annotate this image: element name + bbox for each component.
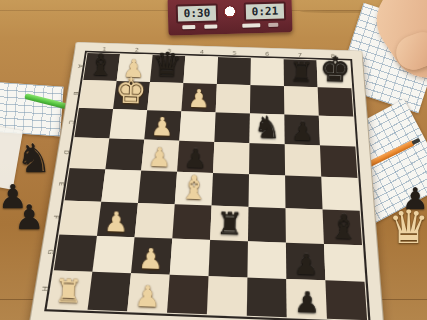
square-c8[interactable]	[319, 116, 356, 147]
square-g1[interactable]	[54, 235, 97, 272]
square-b5[interactable]	[216, 84, 251, 113]
white-pawn-d3[interactable]: ♟	[141, 144, 178, 171]
rank-label-4: 4	[185, 47, 218, 57]
square-g4[interactable]	[170, 239, 210, 276]
white-pawn-f2[interactable]: ♟	[97, 208, 135, 237]
square-c4[interactable]	[179, 111, 215, 142]
square-b4[interactable]: ♟	[181, 83, 216, 112]
square-f8[interactable]: ♝	[323, 209, 362, 245]
square-a6[interactable]	[250, 58, 284, 86]
square-h2[interactable]	[88, 272, 131, 311]
file-label-C: C	[53, 117, 89, 128]
square-e7[interactable]	[285, 175, 322, 209]
square-a5[interactable]	[217, 57, 251, 85]
square-f2[interactable]: ♟	[97, 202, 138, 237]
rank-label-8: 8	[316, 51, 349, 61]
square-e2[interactable]	[101, 169, 141, 203]
captured-black-knight[interactable]: ♞	[16, 138, 52, 178]
square-b7[interactable]	[284, 86, 319, 115]
square-e5[interactable]	[212, 173, 249, 207]
captured-black-pawn[interactable]: ♟	[14, 200, 44, 234]
white-pawn-g3[interactable]: ♟	[131, 244, 171, 273]
square-g5[interactable]	[209, 240, 248, 278]
rank-label-7: 7	[284, 50, 317, 60]
square-e1[interactable]	[65, 168, 106, 202]
white-pawn-b4[interactable]: ♟	[181, 86, 216, 112]
black-pawn-h7[interactable]: ♟	[287, 287, 328, 317]
square-f6[interactable]	[248, 207, 286, 243]
white-pawn-h3[interactable]: ♟	[127, 281, 168, 311]
square-a3[interactable]: ♛	[150, 55, 185, 83]
board-scene: ♝♟♛♜♚♚♟♟♞♟♟♟♝♟♜♝♟♟♜♟♟ ABCDEFGH 12345678	[0, 14, 427, 314]
square-h4[interactable]	[167, 275, 209, 315]
square-c3[interactable]: ♟	[144, 110, 181, 141]
black-pawn-c7[interactable]: ♟	[285, 118, 321, 145]
square-e3[interactable]	[138, 171, 177, 205]
file-label-D: D	[48, 147, 85, 158]
square-g8[interactable]	[324, 244, 365, 282]
rank-label-5: 5	[218, 48, 251, 58]
square-a8[interactable]: ♚	[317, 60, 352, 88]
rank-label-3: 3	[153, 46, 186, 56]
square-c5[interactable]	[214, 112, 250, 143]
square-g6[interactable]	[247, 241, 286, 279]
square-d5[interactable]	[213, 142, 249, 174]
square-f5[interactable]: ♜	[210, 206, 248, 242]
black-pawn-g7[interactable]: ♟	[286, 250, 326, 280]
square-f1[interactable]	[59, 201, 101, 236]
white-king-b2[interactable]: ♚	[113, 73, 148, 109]
square-e6[interactable]	[248, 174, 285, 208]
square-h5[interactable]	[207, 276, 248, 316]
white-rook-h1[interactable]: ♜	[48, 275, 89, 308]
white-bishop-e4[interactable]: ♝	[175, 171, 213, 205]
square-c2[interactable]	[109, 109, 147, 140]
square-a7[interactable]: ♜	[284, 59, 318, 87]
square-c7[interactable]: ♟	[284, 115, 320, 146]
square-g3[interactable]: ♟	[131, 237, 172, 274]
black-bishop-f8[interactable]: ♝	[324, 209, 363, 244]
black-rook-a7[interactable]: ♜	[284, 58, 318, 86]
white-pawn-c3[interactable]: ♟	[144, 113, 180, 139]
rank-label-1: 1	[87, 44, 121, 54]
square-h8[interactable]	[325, 280, 367, 320]
black-knight-c6[interactable]: ♞	[250, 112, 286, 143]
square-f7[interactable]	[285, 208, 323, 244]
square-d7[interactable]	[285, 144, 322, 176]
square-h1[interactable]: ♜	[48, 270, 92, 309]
square-h7[interactable]: ♟	[286, 279, 327, 319]
square-b8[interactable]	[318, 87, 354, 117]
square-b3[interactable]	[147, 82, 183, 111]
rank-label-2: 2	[120, 45, 153, 55]
square-d2[interactable]	[105, 138, 144, 170]
square-h6[interactable]	[247, 277, 287, 317]
square-d6[interactable]	[249, 143, 285, 175]
square-d8[interactable]	[320, 145, 357, 177]
board-squares: ♝♟♛♜♚♚♟♟♞♟♟♟♝♟♜♝♟♟♜♟♟	[48, 53, 367, 320]
square-f3[interactable]	[135, 203, 175, 239]
square-a4[interactable]	[183, 56, 218, 84]
board-rank-labels: 12345678	[76, 43, 361, 52]
square-c6[interactable]: ♞	[249, 113, 284, 144]
square-g7[interactable]: ♟	[286, 243, 325, 281]
file-label-B: B	[58, 88, 93, 98]
file-label-A: A	[63, 61, 97, 71]
chess-board: ♝♟♛♜♚♚♟♟♞♟♟♟♝♟♜♝♟♟♜♟♟ ABCDEFGH 12345678	[30, 43, 384, 320]
square-h3[interactable]: ♟	[127, 273, 169, 312]
square-e4[interactable]: ♝	[175, 172, 213, 206]
square-f4[interactable]	[172, 204, 211, 240]
square-g2[interactable]	[92, 236, 134, 273]
photo-scene: 0:30 0:21 ♝♟♛♜♚♚♟♟♞♟♟♟♝♟♜♝♟♟♜♟♟ ABCDEFGH…	[0, 0, 427, 320]
square-d3[interactable]: ♟	[141, 140, 179, 172]
black-rook-f5[interactable]: ♜	[210, 208, 249, 240]
square-b2[interactable]: ♚	[113, 81, 150, 110]
square-e8[interactable]	[321, 177, 359, 211]
captured-white-queen[interactable]: ♛	[388, 204, 427, 250]
rank-label-6: 6	[251, 49, 284, 59]
